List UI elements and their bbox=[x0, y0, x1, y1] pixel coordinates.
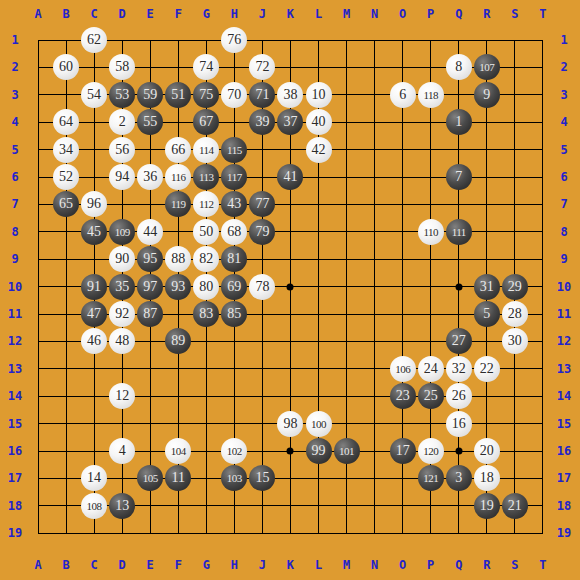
coord-label-right: 15 bbox=[557, 418, 571, 430]
coord-label-bottom: F bbox=[175, 559, 182, 571]
coord-label-top: Q bbox=[455, 8, 462, 20]
coord-label-bottom: P bbox=[427, 559, 434, 571]
stone-O3: 6 bbox=[390, 82, 416, 108]
coord-label-bottom: N bbox=[371, 559, 378, 571]
coord-label-right: 8 bbox=[560, 226, 567, 238]
stone-R18: 19 bbox=[474, 493, 500, 519]
stone-C1: 62 bbox=[81, 27, 107, 53]
stone-D2: 58 bbox=[109, 54, 135, 80]
coord-label-bottom: J bbox=[259, 559, 266, 571]
coord-label-right: 11 bbox=[557, 308, 571, 320]
stone-D12: 48 bbox=[109, 328, 135, 354]
stone-S18: 21 bbox=[502, 493, 528, 519]
coord-label-top: F bbox=[175, 8, 182, 20]
stone-J10: 78 bbox=[249, 274, 275, 300]
coord-label-top: C bbox=[90, 8, 97, 20]
stone-D4: 2 bbox=[109, 109, 135, 135]
coord-label-left: 9 bbox=[11, 253, 18, 265]
stone-D16: 4 bbox=[109, 438, 135, 464]
stone-J8: 79 bbox=[249, 219, 275, 245]
stone-R16: 20 bbox=[474, 438, 500, 464]
star-point bbox=[455, 283, 462, 290]
stone-H3: 70 bbox=[221, 82, 247, 108]
coord-label-right: 18 bbox=[557, 500, 571, 512]
coord-label-bottom: Q bbox=[455, 559, 462, 571]
coord-label-left: 13 bbox=[8, 363, 22, 375]
coord-label-bottom: O bbox=[399, 559, 406, 571]
stone-Q13: 32 bbox=[446, 356, 472, 382]
coord-label-top: H bbox=[231, 8, 238, 20]
stone-D5: 56 bbox=[109, 137, 135, 163]
stone-G10: 80 bbox=[193, 274, 219, 300]
coord-label-top: E bbox=[147, 8, 154, 20]
coord-label-bottom: T bbox=[539, 559, 546, 571]
stone-D11: 92 bbox=[109, 301, 135, 327]
coord-label-left: 8 bbox=[11, 226, 18, 238]
coord-label-top: K bbox=[287, 8, 294, 20]
coord-label-right: 7 bbox=[560, 198, 567, 210]
coord-label-bottom: B bbox=[62, 559, 69, 571]
coord-label-top: L bbox=[315, 8, 322, 20]
stone-H17: 103 bbox=[221, 465, 247, 491]
grid-line-vertical bbox=[542, 40, 543, 533]
coord-label-bottom: K bbox=[287, 559, 294, 571]
stone-E11: 87 bbox=[137, 301, 163, 327]
stone-F5: 66 bbox=[165, 137, 191, 163]
stone-K4: 37 bbox=[277, 109, 303, 135]
stone-H1: 76 bbox=[221, 27, 247, 53]
coord-label-top: R bbox=[483, 8, 490, 20]
stone-L15: 100 bbox=[306, 411, 332, 437]
stone-C3: 54 bbox=[81, 82, 107, 108]
stone-H5: 115 bbox=[221, 137, 247, 163]
stone-M16: 101 bbox=[334, 438, 360, 464]
coord-label-left: 10 bbox=[8, 281, 22, 293]
grid-line-horizontal bbox=[38, 533, 543, 534]
coord-label-right: 5 bbox=[560, 144, 567, 156]
stone-C11: 47 bbox=[81, 301, 107, 327]
stone-S10: 29 bbox=[502, 274, 528, 300]
stone-R13: 22 bbox=[474, 356, 500, 382]
grid-line-vertical bbox=[374, 40, 375, 533]
stone-L5: 42 bbox=[306, 137, 332, 163]
coord-label-left: 19 bbox=[8, 527, 22, 539]
stone-Q8: 111 bbox=[446, 219, 472, 245]
coord-label-left: 17 bbox=[8, 472, 22, 484]
coord-label-left: 3 bbox=[11, 89, 18, 101]
coord-label-top: J bbox=[259, 8, 266, 20]
stone-B7: 65 bbox=[53, 191, 79, 217]
stone-C10: 91 bbox=[81, 274, 107, 300]
stone-Q14: 26 bbox=[446, 383, 472, 409]
stone-F17: 11 bbox=[165, 465, 191, 491]
stone-P13: 24 bbox=[418, 356, 444, 382]
coord-label-top: B bbox=[62, 8, 69, 20]
stone-G9: 82 bbox=[193, 246, 219, 272]
stone-E17: 105 bbox=[137, 465, 163, 491]
stone-D9: 90 bbox=[109, 246, 135, 272]
coord-label-left: 16 bbox=[8, 445, 22, 457]
stone-G11: 83 bbox=[193, 301, 219, 327]
stone-G5: 114 bbox=[193, 137, 219, 163]
stone-D3: 53 bbox=[109, 82, 135, 108]
stone-G3: 75 bbox=[193, 82, 219, 108]
coord-label-left: 1 bbox=[11, 34, 18, 46]
stone-F3: 51 bbox=[165, 82, 191, 108]
stone-K3: 38 bbox=[277, 82, 303, 108]
coord-label-top: O bbox=[399, 8, 406, 20]
coord-label-right: 4 bbox=[560, 116, 567, 128]
stone-Q12: 27 bbox=[446, 328, 472, 354]
coord-label-bottom: C bbox=[90, 559, 97, 571]
coord-label-top: S bbox=[511, 8, 518, 20]
stone-G4: 67 bbox=[193, 109, 219, 135]
stone-K6: 41 bbox=[277, 164, 303, 190]
stone-H6: 117 bbox=[221, 164, 247, 190]
stone-Q4: 1 bbox=[446, 109, 472, 135]
coord-label-right: 10 bbox=[557, 281, 571, 293]
stone-E9: 95 bbox=[137, 246, 163, 272]
stone-P16: 120 bbox=[418, 438, 444, 464]
coord-label-left: 12 bbox=[8, 335, 22, 347]
stone-H9: 81 bbox=[221, 246, 247, 272]
stone-S12: 30 bbox=[502, 328, 528, 354]
stone-D6: 94 bbox=[109, 164, 135, 190]
stone-P17: 121 bbox=[418, 465, 444, 491]
stone-E4: 55 bbox=[137, 109, 163, 135]
stone-E6: 36 bbox=[137, 164, 163, 190]
stone-O13: 106 bbox=[390, 356, 416, 382]
stone-G8: 50 bbox=[193, 219, 219, 245]
stone-Q17: 3 bbox=[446, 465, 472, 491]
coord-label-left: 2 bbox=[11, 61, 18, 73]
stone-L16: 99 bbox=[306, 438, 332, 464]
stone-D18: 13 bbox=[109, 493, 135, 519]
stone-E10: 97 bbox=[137, 274, 163, 300]
stone-F16: 104 bbox=[165, 438, 191, 464]
stone-C12: 46 bbox=[81, 328, 107, 354]
coord-label-top: G bbox=[203, 8, 210, 20]
stone-F6: 116 bbox=[165, 164, 191, 190]
coord-label-top: N bbox=[371, 8, 378, 20]
coord-label-bottom: A bbox=[34, 559, 41, 571]
stone-J3: 71 bbox=[249, 82, 275, 108]
coord-label-left: 14 bbox=[8, 390, 22, 402]
coord-label-left: 6 bbox=[11, 171, 18, 183]
stone-F9: 88 bbox=[165, 246, 191, 272]
stone-D8: 109 bbox=[109, 219, 135, 245]
coord-label-right: 17 bbox=[557, 472, 571, 484]
stone-C8: 45 bbox=[81, 219, 107, 245]
stone-J4: 39 bbox=[249, 109, 275, 135]
stone-F10: 93 bbox=[165, 274, 191, 300]
stone-O14: 23 bbox=[390, 383, 416, 409]
stone-P8: 110 bbox=[418, 219, 444, 245]
stone-B4: 64 bbox=[53, 109, 79, 135]
stone-B6: 52 bbox=[53, 164, 79, 190]
coord-label-right: 9 bbox=[560, 253, 567, 265]
stone-J7: 77 bbox=[249, 191, 275, 217]
stone-G2: 74 bbox=[193, 54, 219, 80]
stone-L4: 40 bbox=[306, 109, 332, 135]
star-point bbox=[287, 283, 294, 290]
coord-label-left: 4 bbox=[11, 116, 18, 128]
stone-H10: 69 bbox=[221, 274, 247, 300]
stone-Q2: 8 bbox=[446, 54, 472, 80]
stone-Q6: 7 bbox=[446, 164, 472, 190]
stone-H16: 102 bbox=[221, 438, 247, 464]
coord-label-top: M bbox=[343, 8, 350, 20]
stone-E8: 44 bbox=[137, 219, 163, 245]
coord-label-left: 5 bbox=[11, 144, 18, 156]
coord-label-bottom: D bbox=[119, 559, 126, 571]
coord-label-right: 14 bbox=[557, 390, 571, 402]
coord-label-top: T bbox=[539, 8, 546, 20]
coord-label-right: 13 bbox=[557, 363, 571, 375]
coord-label-bottom: L bbox=[315, 559, 322, 571]
coord-label-left: 15 bbox=[8, 418, 22, 430]
stone-D10: 35 bbox=[109, 274, 135, 300]
stone-F7: 119 bbox=[165, 191, 191, 217]
stone-K15: 98 bbox=[277, 411, 303, 437]
coord-label-right: 1 bbox=[560, 34, 567, 46]
coord-label-left: 18 bbox=[8, 500, 22, 512]
stone-F12: 89 bbox=[165, 328, 191, 354]
coord-label-right: 16 bbox=[557, 445, 571, 457]
stone-B5: 34 bbox=[53, 137, 79, 163]
coord-label-right: 12 bbox=[557, 335, 571, 347]
coord-label-bottom: E bbox=[147, 559, 154, 571]
go-board[interactable]: AABBCCDDEEFFGGHHJJKKLLMMNNOOPPQQRRSSTT11… bbox=[0, 0, 580, 580]
star-point bbox=[455, 448, 462, 455]
stone-D14: 12 bbox=[109, 383, 135, 409]
coord-label-bottom: G bbox=[203, 559, 210, 571]
stone-O16: 17 bbox=[390, 438, 416, 464]
coord-label-right: 19 bbox=[557, 527, 571, 539]
stone-H11: 85 bbox=[221, 301, 247, 327]
stone-R17: 18 bbox=[474, 465, 500, 491]
coord-label-left: 7 bbox=[11, 198, 18, 210]
stone-G6: 113 bbox=[193, 164, 219, 190]
coord-label-top: P bbox=[427, 8, 434, 20]
stone-E3: 59 bbox=[137, 82, 163, 108]
coord-label-bottom: R bbox=[483, 559, 490, 571]
stone-J2: 72 bbox=[249, 54, 275, 80]
coord-label-right: 6 bbox=[560, 171, 567, 183]
stone-S11: 28 bbox=[502, 301, 528, 327]
coord-label-bottom: M bbox=[343, 559, 350, 571]
stone-L3: 10 bbox=[306, 82, 332, 108]
stone-R11: 5 bbox=[474, 301, 500, 327]
coord-label-right: 2 bbox=[560, 61, 567, 73]
stone-G7: 112 bbox=[193, 191, 219, 217]
stone-R10: 31 bbox=[474, 274, 500, 300]
stone-P3: 118 bbox=[418, 82, 444, 108]
coord-label-bottom: S bbox=[511, 559, 518, 571]
stone-R3: 9 bbox=[474, 82, 500, 108]
stone-H7: 43 bbox=[221, 191, 247, 217]
stone-C7: 96 bbox=[81, 191, 107, 217]
stone-C18: 108 bbox=[81, 493, 107, 519]
stone-P14: 25 bbox=[418, 383, 444, 409]
coord-label-right: 3 bbox=[560, 89, 567, 101]
coord-label-bottom: H bbox=[231, 559, 238, 571]
stone-C17: 14 bbox=[81, 465, 107, 491]
stone-Q15: 16 bbox=[446, 411, 472, 437]
coord-label-top: D bbox=[119, 8, 126, 20]
coord-label-left: 11 bbox=[8, 308, 22, 320]
stone-H8: 68 bbox=[221, 219, 247, 245]
stone-B2: 60 bbox=[53, 54, 79, 80]
stone-R2: 107 bbox=[474, 54, 500, 80]
coord-label-top: A bbox=[34, 8, 41, 20]
stone-J17: 15 bbox=[249, 465, 275, 491]
star-point bbox=[287, 448, 294, 455]
